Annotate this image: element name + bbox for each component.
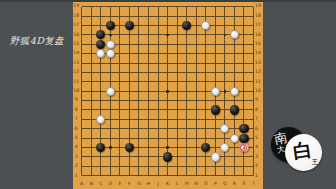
intersection-H12[interactable]	[144, 68, 154, 77]
intersection-L16[interactable]	[172, 30, 182, 39]
intersection-N8[interactable]	[191, 105, 201, 114]
intersection-O4[interactable]	[201, 143, 211, 152]
intersection-R3[interactable]	[230, 152, 240, 161]
intersection-D11[interactable]	[106, 77, 116, 86]
intersection-H7[interactable]	[144, 115, 154, 124]
intersection-P7[interactable]	[211, 115, 221, 124]
intersection-N16[interactable]	[191, 30, 201, 39]
intersection-C6[interactable]	[96, 124, 106, 133]
intersection-J19[interactable]	[153, 2, 163, 11]
intersection-F5[interactable]	[125, 133, 135, 142]
intersection-O13[interactable]	[201, 58, 211, 67]
intersection-N6[interactable]	[191, 124, 201, 133]
intersection-B10[interactable]	[86, 87, 96, 96]
intersection-J1[interactable]	[153, 171, 163, 180]
intersection-L2[interactable]	[172, 162, 182, 171]
intersection-O19[interactable]	[201, 2, 211, 11]
intersection-O6[interactable]	[201, 124, 211, 133]
intersection-E4[interactable]	[115, 143, 125, 152]
intersection-H10[interactable]	[144, 87, 154, 96]
intersection-R13[interactable]	[230, 58, 240, 67]
intersection-K13[interactable]	[163, 58, 173, 67]
intersection-P11[interactable]	[211, 77, 221, 86]
intersection-R6[interactable]	[230, 124, 240, 133]
intersection-G16[interactable]	[134, 30, 144, 39]
intersection-E17[interactable]	[115, 21, 125, 30]
intersection-R4[interactable]	[230, 143, 240, 152]
intersection-S12[interactable]	[239, 68, 249, 77]
intersection-S14[interactable]	[239, 49, 249, 58]
intersection-K2[interactable]	[163, 162, 173, 171]
intersection-G7[interactable]	[134, 115, 144, 124]
intersection-G13[interactable]	[134, 58, 144, 67]
intersection-N17[interactable]	[191, 21, 201, 30]
intersection-E9[interactable]	[115, 96, 125, 105]
intersection-G4[interactable]	[134, 143, 144, 152]
intersection-D3[interactable]	[106, 152, 116, 161]
intersection-L3[interactable]	[172, 152, 182, 161]
intersection-M12[interactable]	[182, 68, 192, 77]
intersection-M11[interactable]	[182, 77, 192, 86]
intersection-C10[interactable]	[96, 87, 106, 96]
intersection-E8[interactable]	[115, 105, 125, 114]
intersection-J3[interactable]	[153, 152, 163, 161]
intersection-F16[interactable]	[125, 30, 135, 39]
intersection-M9[interactable]	[182, 96, 192, 105]
intersection-S13[interactable]	[239, 58, 249, 67]
intersection-F10[interactable]	[125, 87, 135, 96]
intersection-S17[interactable]	[239, 21, 249, 30]
intersection-M10[interactable]	[182, 87, 192, 96]
intersection-Q8[interactable]	[220, 105, 230, 114]
intersection-N14[interactable]	[191, 49, 201, 58]
intersection-G18[interactable]	[134, 11, 144, 20]
intersection-G2[interactable]	[134, 162, 144, 171]
intersection-B13[interactable]	[86, 58, 96, 67]
intersection-N19[interactable]	[191, 2, 201, 11]
intersection-S10[interactable]	[239, 87, 249, 96]
intersection-N4[interactable]	[191, 143, 201, 152]
intersection-M16[interactable]	[182, 30, 192, 39]
intersection-H5[interactable]	[144, 133, 154, 142]
intersection-E18[interactable]	[115, 11, 125, 20]
intersection-B18[interactable]	[86, 11, 96, 20]
intersection-E11[interactable]	[115, 77, 125, 86]
intersection-F18[interactable]	[125, 11, 135, 20]
intersection-F3[interactable]	[125, 152, 135, 161]
intersection-L6[interactable]	[172, 124, 182, 133]
intersection-M18[interactable]	[182, 11, 192, 20]
intersection-D12[interactable]	[106, 68, 116, 77]
intersection-D17[interactable]	[106, 21, 116, 30]
intersection-H1[interactable]	[144, 171, 154, 180]
intersection-P12[interactable]	[211, 68, 221, 77]
intersection-B11[interactable]	[86, 77, 96, 86]
intersection-K1[interactable]	[163, 171, 173, 180]
intersection-G15[interactable]	[134, 40, 144, 49]
intersection-J11[interactable]	[153, 77, 163, 86]
intersection-G3[interactable]	[134, 152, 144, 161]
intersection-G1[interactable]	[134, 171, 144, 180]
intersection-B9[interactable]	[86, 96, 96, 105]
intersection-M1[interactable]	[182, 171, 192, 180]
intersection-H19[interactable]	[144, 2, 154, 11]
intersection-E12[interactable]	[115, 68, 125, 77]
intersection-M2[interactable]	[182, 162, 192, 171]
intersection-N11[interactable]	[191, 77, 201, 86]
intersection-Q3[interactable]	[220, 152, 230, 161]
intersection-P6[interactable]	[211, 124, 221, 133]
intersection-Q9[interactable]	[220, 96, 230, 105]
intersection-M3[interactable]	[182, 152, 192, 161]
intersection-Q16[interactable]	[220, 30, 230, 39]
intersection-Q17[interactable]	[220, 21, 230, 30]
intersection-M13[interactable]	[182, 58, 192, 67]
intersection-F19[interactable]	[125, 2, 135, 11]
intersection-D14[interactable]	[106, 49, 116, 58]
intersection-L14[interactable]	[172, 49, 182, 58]
intersection-M5[interactable]	[182, 133, 192, 142]
intersection-E13[interactable]	[115, 58, 125, 67]
intersection-Q12[interactable]	[220, 68, 230, 77]
intersection-B5[interactable]	[86, 133, 96, 142]
intersection-N5[interactable]	[191, 133, 201, 142]
intersection-S5[interactable]	[239, 133, 249, 142]
intersection-H15[interactable]	[144, 40, 154, 49]
intersection-F6[interactable]	[125, 124, 135, 133]
intersection-L8[interactable]	[172, 105, 182, 114]
intersection-P10[interactable]	[211, 87, 221, 96]
intersection-H6[interactable]	[144, 124, 154, 133]
intersection-C11[interactable]	[96, 77, 106, 86]
intersection-K5[interactable]	[163, 133, 173, 142]
intersection-O10[interactable]	[201, 87, 211, 96]
intersection-P19[interactable]	[211, 2, 221, 11]
intersection-N9[interactable]	[191, 96, 201, 105]
intersection-P16[interactable]	[211, 30, 221, 39]
intersection-F14[interactable]	[125, 49, 135, 58]
intersection-G14[interactable]	[134, 49, 144, 58]
intersection-S15[interactable]	[239, 40, 249, 49]
intersection-K6[interactable]	[163, 124, 173, 133]
intersection-B8[interactable]	[86, 105, 96, 114]
intersection-D4[interactable]	[106, 143, 116, 152]
intersection-B6[interactable]	[86, 124, 96, 133]
intersection-F17[interactable]	[125, 21, 135, 30]
intersection-L4[interactable]	[172, 143, 182, 152]
intersection-M6[interactable]	[182, 124, 192, 133]
intersection-Q18[interactable]	[220, 11, 230, 20]
intersection-R12[interactable]	[230, 68, 240, 77]
intersection-Q10[interactable]	[220, 87, 230, 96]
intersection-C2[interactable]	[96, 162, 106, 171]
intersection-D1[interactable]	[106, 171, 116, 180]
intersection-E10[interactable]	[115, 87, 125, 96]
intersection-S16[interactable]	[239, 30, 249, 39]
intersection-O12[interactable]	[201, 68, 211, 77]
intersection-P18[interactable]	[211, 11, 221, 20]
intersection-F1[interactable]	[125, 171, 135, 180]
intersection-O8[interactable]	[201, 105, 211, 114]
intersection-K15[interactable]	[163, 40, 173, 49]
intersection-H18[interactable]	[144, 11, 154, 20]
intersection-G10[interactable]	[134, 87, 144, 96]
intersection-K3[interactable]	[163, 152, 173, 161]
intersection-P3[interactable]	[211, 152, 221, 161]
intersection-S19[interactable]	[239, 2, 249, 11]
intersection-K17[interactable]	[163, 21, 173, 30]
intersection-C8[interactable]	[96, 105, 106, 114]
intersection-O16[interactable]	[201, 30, 211, 39]
intersection-B16[interactable]	[86, 30, 96, 39]
intersection-D9[interactable]	[106, 96, 116, 105]
intersection-M15[interactable]	[182, 40, 192, 49]
intersection-R8[interactable]	[230, 105, 240, 114]
intersection-O2[interactable]	[201, 162, 211, 171]
intersection-L5[interactable]	[172, 133, 182, 142]
intersection-L10[interactable]	[172, 87, 182, 96]
intersection-K4[interactable]	[163, 143, 173, 152]
intersection-F12[interactable]	[125, 68, 135, 77]
intersection-M8[interactable]	[182, 105, 192, 114]
intersection-Q7[interactable]	[220, 115, 230, 124]
intersection-L11[interactable]	[172, 77, 182, 86]
intersection-E6[interactable]	[115, 124, 125, 133]
intersection-E5[interactable]	[115, 133, 125, 142]
intersection-J16[interactable]	[153, 30, 163, 39]
intersection-S9[interactable]	[239, 96, 249, 105]
intersection-G19[interactable]	[134, 2, 144, 11]
intersection-L19[interactable]	[172, 2, 182, 11]
intersection-B3[interactable]	[86, 152, 96, 161]
intersection-H17[interactable]	[144, 21, 154, 30]
intersection-M4[interactable]	[182, 143, 192, 152]
intersection-P13[interactable]	[211, 58, 221, 67]
intersection-L13[interactable]	[172, 58, 182, 67]
intersection-D10[interactable]	[106, 87, 116, 96]
intersection-D2[interactable]	[106, 162, 116, 171]
intersection-M19[interactable]	[182, 2, 192, 11]
intersection-D5[interactable]	[106, 133, 116, 142]
intersection-Q1[interactable]	[220, 171, 230, 180]
intersection-F2[interactable]	[125, 162, 135, 171]
intersection-N2[interactable]	[191, 162, 201, 171]
intersection-L17[interactable]	[172, 21, 182, 30]
intersection-O17[interactable]	[201, 21, 211, 30]
intersection-O9[interactable]	[201, 96, 211, 105]
intersection-K14[interactable]	[163, 49, 173, 58]
intersection-O18[interactable]	[201, 11, 211, 20]
intersection-J17[interactable]	[153, 21, 163, 30]
intersection-H3[interactable]	[144, 152, 154, 161]
intersection-N7[interactable]	[191, 115, 201, 124]
intersection-R11[interactable]	[230, 77, 240, 86]
intersection-M14[interactable]	[182, 49, 192, 58]
intersection-E3[interactable]	[115, 152, 125, 161]
intersection-Q4[interactable]	[220, 143, 230, 152]
intersection-S11[interactable]	[239, 77, 249, 86]
intersection-R18[interactable]	[230, 11, 240, 20]
intersection-B12[interactable]	[86, 68, 96, 77]
intersection-K9[interactable]	[163, 96, 173, 105]
intersection-Q6[interactable]	[220, 124, 230, 133]
intersection-N15[interactable]	[191, 40, 201, 49]
intersection-E7[interactable]	[115, 115, 125, 124]
intersection-C1[interactable]	[96, 171, 106, 180]
intersection-D19[interactable]	[106, 2, 116, 11]
intersection-C17[interactable]	[96, 21, 106, 30]
intersection-R17[interactable]	[230, 21, 240, 30]
intersection-J12[interactable]	[153, 68, 163, 77]
intersection-G5[interactable]	[134, 133, 144, 142]
intersection-H9[interactable]	[144, 96, 154, 105]
intersection-K12[interactable]	[163, 68, 173, 77]
intersection-K19[interactable]	[163, 2, 173, 11]
intersection-S18[interactable]	[239, 11, 249, 20]
intersection-D16[interactable]	[106, 30, 116, 39]
intersection-C3[interactable]	[96, 152, 106, 161]
intersection-F15[interactable]	[125, 40, 135, 49]
intersection-P17[interactable]	[211, 21, 221, 30]
intersection-H8[interactable]	[144, 105, 154, 114]
intersection-S1[interactable]	[239, 171, 249, 180]
intersection-R19[interactable]	[230, 2, 240, 11]
intersection-E1[interactable]	[115, 171, 125, 180]
intersection-J14[interactable]	[153, 49, 163, 58]
intersection-F7[interactable]	[125, 115, 135, 124]
intersection-R16[interactable]	[230, 30, 240, 39]
intersection-D18[interactable]	[106, 11, 116, 20]
intersection-R7[interactable]	[230, 115, 240, 124]
intersection-K7[interactable]	[163, 115, 173, 124]
intersection-B14[interactable]	[86, 49, 96, 58]
intersection-C14[interactable]	[96, 49, 106, 58]
intersection-E15[interactable]	[115, 40, 125, 49]
intersection-C5[interactable]	[96, 133, 106, 142]
intersection-S6[interactable]	[239, 124, 249, 133]
intersection-O15[interactable]	[201, 40, 211, 49]
intersection-E16[interactable]	[115, 30, 125, 39]
intersection-C13[interactable]	[96, 58, 106, 67]
intersection-O11[interactable]	[201, 77, 211, 86]
intersection-Q2[interactable]	[220, 162, 230, 171]
intersection-K11[interactable]	[163, 77, 173, 86]
intersection-P2[interactable]	[211, 162, 221, 171]
intersection-G6[interactable]	[134, 124, 144, 133]
intersection-Q5[interactable]	[220, 133, 230, 142]
intersection-B7[interactable]	[86, 115, 96, 124]
intersection-S8[interactable]	[239, 105, 249, 114]
intersection-D15[interactable]	[106, 40, 116, 49]
intersection-P9[interactable]	[211, 96, 221, 105]
intersection-C4[interactable]	[96, 143, 106, 152]
intersection-S2[interactable]	[239, 162, 249, 171]
intersection-P4[interactable]	[211, 143, 221, 152]
intersection-R2[interactable]	[230, 162, 240, 171]
intersection-S3[interactable]	[239, 152, 249, 161]
intersection-C7[interactable]	[96, 115, 106, 124]
intersection-E19[interactable]	[115, 2, 125, 11]
intersection-L1[interactable]	[172, 171, 182, 180]
intersection-H4[interactable]	[144, 143, 154, 152]
intersection-D7[interactable]	[106, 115, 116, 124]
intersection-F4[interactable]	[125, 143, 135, 152]
intersection-N18[interactable]	[191, 11, 201, 20]
intersection-J8[interactable]	[153, 105, 163, 114]
intersection-C9[interactable]	[96, 96, 106, 105]
intersection-H13[interactable]	[144, 58, 154, 67]
intersection-J2[interactable]	[153, 162, 163, 171]
intersection-K16[interactable]	[163, 30, 173, 39]
intersection-K18[interactable]	[163, 11, 173, 20]
intersection-J4[interactable]	[153, 143, 163, 152]
intersection-F8[interactable]	[125, 105, 135, 114]
intersection-J9[interactable]	[153, 96, 163, 105]
intersection-O3[interactable]	[201, 152, 211, 161]
intersection-F9[interactable]	[125, 96, 135, 105]
intersection-J13[interactable]	[153, 58, 163, 67]
intersection-C19[interactable]	[96, 2, 106, 11]
intersection-R1[interactable]	[230, 171, 240, 180]
intersection-G11[interactable]	[134, 77, 144, 86]
intersection-G12[interactable]	[134, 68, 144, 77]
intersection-L18[interactable]	[172, 11, 182, 20]
intersection-B4[interactable]	[86, 143, 96, 152]
intersection-J5[interactable]	[153, 133, 163, 142]
intersection-K8[interactable]	[163, 105, 173, 114]
intersection-N3[interactable]	[191, 152, 201, 161]
intersection-S4[interactable]: 3	[239, 143, 249, 152]
intersection-O7[interactable]	[201, 115, 211, 124]
intersection-J18[interactable]	[153, 11, 163, 20]
intersection-C15[interactable]	[96, 40, 106, 49]
intersection-G9[interactable]	[134, 96, 144, 105]
intersection-R10[interactable]	[230, 87, 240, 96]
intersection-M17[interactable]	[182, 21, 192, 30]
intersection-H11[interactable]	[144, 77, 154, 86]
intersection-C12[interactable]	[96, 68, 106, 77]
intersection-B19[interactable]	[86, 2, 96, 11]
intersection-R5[interactable]	[230, 133, 240, 142]
intersection-H14[interactable]	[144, 49, 154, 58]
intersection-B2[interactable]	[86, 162, 96, 171]
intersection-M7[interactable]	[182, 115, 192, 124]
intersection-C18[interactable]	[96, 11, 106, 20]
intersection-O5[interactable]	[201, 133, 211, 142]
intersection-L7[interactable]	[172, 115, 182, 124]
intersection-P5[interactable]	[211, 133, 221, 142]
intersection-Q15[interactable]	[220, 40, 230, 49]
intersection-G8[interactable]	[134, 105, 144, 114]
intersection-B15[interactable]	[86, 40, 96, 49]
intersection-L9[interactable]	[172, 96, 182, 105]
intersection-Q11[interactable]	[220, 77, 230, 86]
intersection-R15[interactable]	[230, 40, 240, 49]
intersection-O1[interactable]	[201, 171, 211, 180]
intersection-N1[interactable]	[191, 171, 201, 180]
intersection-N10[interactable]	[191, 87, 201, 96]
intersection-H2[interactable]	[144, 162, 154, 171]
intersection-L12[interactable]	[172, 68, 182, 77]
intersection-D8[interactable]	[106, 105, 116, 114]
intersection-F13[interactable]	[125, 58, 135, 67]
intersection-R9[interactable]	[230, 96, 240, 105]
intersection-E14[interactable]	[115, 49, 125, 58]
intersection-B1[interactable]	[86, 171, 96, 180]
intersection-J6[interactable]	[153, 124, 163, 133]
intersection-P1[interactable]	[211, 171, 221, 180]
intersection-Q13[interactable]	[220, 58, 230, 67]
